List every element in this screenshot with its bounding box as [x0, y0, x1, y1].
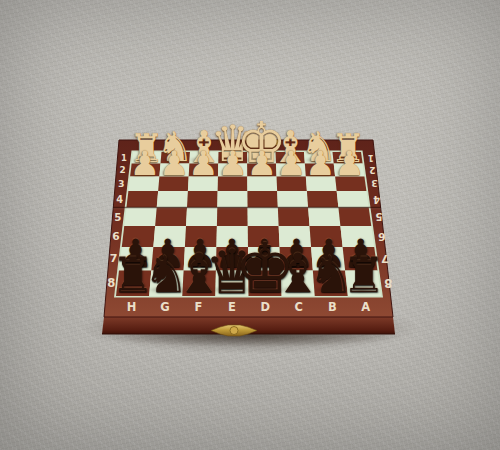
square-h5 — [124, 208, 156, 227]
square-e6 — [216, 226, 248, 247]
square-e2 — [218, 164, 247, 177]
square-b2 — [305, 164, 335, 177]
square-g6 — [153, 226, 186, 247]
square-h3 — [128, 177, 159, 192]
square-c2 — [276, 164, 306, 177]
rank-label-left-4: 4 — [116, 194, 123, 205]
square-b8 — [313, 271, 348, 297]
square-a2 — [334, 164, 365, 177]
square-c6 — [279, 226, 311, 247]
square-d2 — [247, 164, 276, 177]
rank-label-left-1: 1 — [121, 153, 127, 163]
square-c4 — [277, 191, 308, 208]
square-c3 — [277, 177, 307, 192]
square-e7 — [216, 247, 248, 271]
square-d8 — [248, 271, 281, 297]
file-label-G: G — [160, 300, 169, 314]
square-b6 — [310, 226, 343, 247]
square-h6 — [122, 226, 155, 247]
square-a6 — [340, 226, 374, 247]
rank-label-left-6: 6 — [112, 230, 119, 243]
brass-clasp-knob — [230, 327, 238, 335]
square-h4 — [126, 191, 158, 208]
square-h1 — [132, 152, 162, 164]
square-c8 — [281, 271, 315, 297]
square-g4 — [157, 191, 188, 208]
square-f2 — [189, 164, 219, 177]
rank-label-right-4: 4 — [373, 194, 380, 205]
square-g5 — [155, 208, 187, 227]
square-c5 — [278, 208, 310, 227]
rank-label-left-7: 7 — [110, 252, 118, 265]
square-a7 — [343, 247, 378, 271]
square-d4 — [247, 191, 277, 208]
square-h8 — [116, 271, 151, 297]
photo-scene: HGFEDCBA1234567812345678 ♜♞♝♛♚♝♞♜♟♟♟♟♟♟♟… — [0, 0, 500, 450]
file-label-C: C — [295, 300, 303, 314]
file-label-E: E — [228, 300, 236, 314]
rank-label-right-3: 3 — [371, 178, 378, 189]
rank-label-left-8: 8 — [107, 276, 115, 290]
square-g1 — [161, 152, 190, 164]
square-e4 — [217, 191, 247, 208]
square-d1 — [247, 152, 276, 164]
square-a1 — [333, 152, 363, 164]
rank-label-right-6: 6 — [378, 230, 385, 243]
square-c7 — [280, 247, 313, 271]
file-label-D: D — [261, 300, 271, 314]
square-f5 — [186, 208, 217, 227]
chess-board: HGFEDCBA1234567812345678 — [0, 0, 500, 450]
rank-label-left-5: 5 — [114, 211, 121, 223]
file-label-A: A — [361, 300, 370, 314]
file-label-H: H — [127, 300, 137, 314]
square-a4 — [337, 191, 369, 208]
square-b7 — [311, 247, 345, 271]
rank-label-right-2: 2 — [369, 165, 375, 175]
square-e8 — [215, 271, 248, 297]
square-b1 — [304, 152, 334, 164]
square-f1 — [189, 152, 218, 164]
rank-label-right-5: 5 — [375, 211, 382, 223]
square-b5 — [308, 208, 340, 227]
square-f3 — [188, 177, 218, 192]
square-a5 — [338, 208, 371, 227]
square-f4 — [187, 191, 218, 208]
rank-label-left-3: 3 — [118, 178, 125, 189]
file-label-B: B — [328, 300, 337, 314]
square-d6 — [248, 226, 280, 247]
square-f6 — [185, 226, 217, 247]
square-c1 — [276, 152, 305, 164]
square-f7 — [184, 247, 217, 271]
square-d7 — [248, 247, 281, 271]
square-h7 — [119, 247, 153, 271]
rank-label-right-8: 8 — [384, 276, 392, 290]
square-g8 — [149, 271, 183, 297]
square-b4 — [307, 191, 339, 208]
square-a8 — [345, 271, 381, 297]
square-b3 — [306, 177, 337, 192]
rank-label-right-7: 7 — [381, 252, 389, 265]
square-h2 — [130, 164, 160, 177]
square-a3 — [335, 177, 366, 192]
square-g3 — [158, 177, 189, 192]
square-f8 — [182, 271, 216, 297]
square-g7 — [151, 247, 185, 271]
square-d5 — [248, 208, 279, 227]
rank-label-right-1: 1 — [368, 153, 374, 163]
square-e5 — [217, 208, 248, 227]
rank-label-left-2: 2 — [120, 165, 126, 175]
square-d3 — [247, 177, 277, 192]
square-g2 — [159, 164, 189, 177]
file-label-F: F — [194, 300, 202, 314]
square-e1 — [218, 152, 247, 164]
brass-hinge-icon — [272, 140, 281, 145]
square-e3 — [218, 177, 248, 192]
